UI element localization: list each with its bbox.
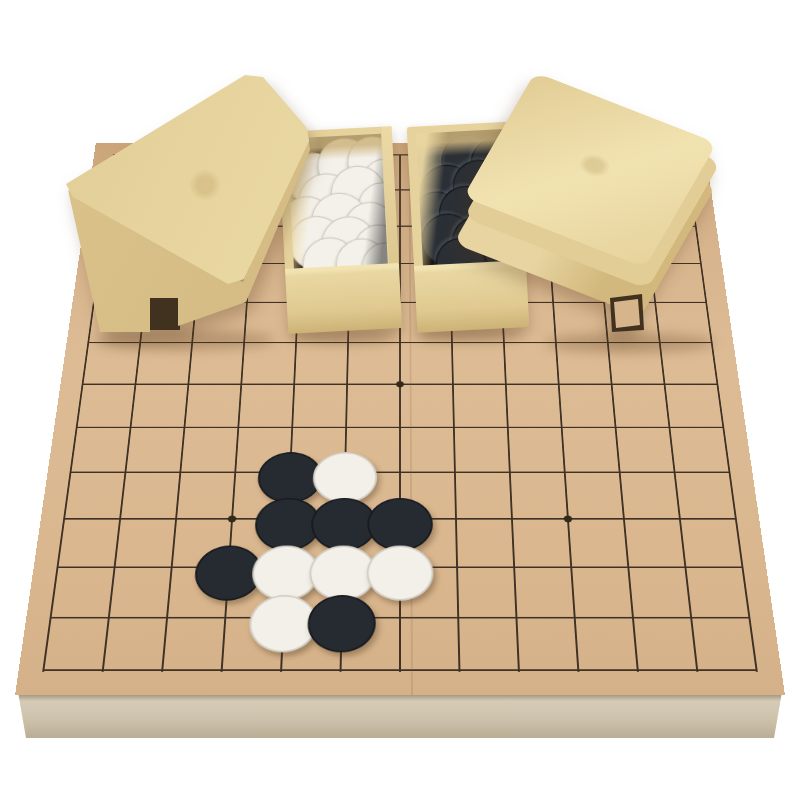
black-tray-stone: ● bbox=[436, 233, 484, 265]
black-box-interior: ●●●●●●●●●●●●●● bbox=[416, 129, 517, 266]
black-tray-stone: ● bbox=[485, 224, 517, 266]
board-front-edge bbox=[12, 692, 788, 738]
white-stone-box: ●●●●●●●●●●●●●●●● bbox=[278, 126, 402, 334]
white-box-interior: ●●●●●●●●●●●●●●●● bbox=[287, 134, 388, 269]
black-stone-box: ●●●●●●●●●●●●●● bbox=[407, 121, 530, 333]
white-box-front-face bbox=[285, 263, 402, 334]
star-point bbox=[564, 515, 573, 522]
white-stone-pile: ●●●●●●●●●●●●●●●● bbox=[287, 134, 381, 139]
black-box-front-face bbox=[414, 260, 529, 333]
left-lid-shadow bbox=[95, 330, 275, 350]
black-stone: ● bbox=[310, 591, 373, 643]
go-set-photo: ●●●●●●●●●●● ●●●●●●●●●●●●●●●● ●●●●●●●●●●●… bbox=[0, 0, 800, 800]
go-board: ●●●●●●●●●●● bbox=[15, 143, 785, 695]
star-point bbox=[547, 261, 555, 266]
star-point bbox=[396, 381, 404, 387]
black-stone-pile: ●●●●●●●●●●●●●● bbox=[416, 129, 510, 134]
right-lid-shadow bbox=[545, 333, 715, 353]
